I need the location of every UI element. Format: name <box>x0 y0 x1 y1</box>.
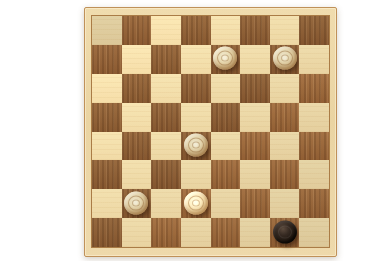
square-g3[interactable] <box>270 160 300 189</box>
square-a5[interactable] <box>92 103 122 132</box>
square-f5[interactable] <box>240 103 270 132</box>
square-c1[interactable] <box>151 218 181 247</box>
white-checker[interactable] <box>273 47 297 70</box>
square-b1[interactable] <box>122 218 152 247</box>
square-f3[interactable] <box>240 160 270 189</box>
square-e8[interactable] <box>211 16 241 45</box>
square-c7[interactable] <box>151 45 181 74</box>
square-d4[interactable] <box>181 132 211 161</box>
square-g5[interactable] <box>270 103 300 132</box>
square-a8[interactable] <box>92 16 122 45</box>
square-g4[interactable] <box>270 132 300 161</box>
square-d8[interactable] <box>181 16 211 45</box>
square-e2[interactable] <box>211 189 241 218</box>
white-checker[interactable] <box>184 191 208 214</box>
checkers-board <box>84 7 337 257</box>
square-e5[interactable] <box>211 103 241 132</box>
square-b2[interactable] <box>122 189 152 218</box>
square-d5[interactable] <box>181 103 211 132</box>
square-e7[interactable] <box>211 45 241 74</box>
white-checker[interactable] <box>184 134 208 157</box>
square-h2[interactable] <box>299 189 329 218</box>
square-b5[interactable] <box>122 103 152 132</box>
square-a3[interactable] <box>92 160 122 189</box>
photo-background <box>0 0 390 261</box>
square-a1[interactable] <box>92 218 122 247</box>
square-b6[interactable] <box>122 74 152 103</box>
square-d1[interactable] <box>181 218 211 247</box>
square-a4[interactable] <box>92 132 122 161</box>
square-c2[interactable] <box>151 189 181 218</box>
square-g7[interactable] <box>270 45 300 74</box>
square-c5[interactable] <box>151 103 181 132</box>
square-g8[interactable] <box>270 16 300 45</box>
square-h3[interactable] <box>299 160 329 189</box>
square-e1[interactable] <box>211 218 241 247</box>
square-a6[interactable] <box>92 74 122 103</box>
square-e3[interactable] <box>211 160 241 189</box>
square-h7[interactable] <box>299 45 329 74</box>
square-c6[interactable] <box>151 74 181 103</box>
square-a7[interactable] <box>92 45 122 74</box>
square-b8[interactable] <box>122 16 152 45</box>
square-b7[interactable] <box>122 45 152 74</box>
square-h8[interactable] <box>299 16 329 45</box>
square-h4[interactable] <box>299 132 329 161</box>
white-checker[interactable] <box>213 47 237 70</box>
square-g1[interactable] <box>270 218 300 247</box>
square-f1[interactable] <box>240 218 270 247</box>
square-e4[interactable] <box>211 132 241 161</box>
square-g6[interactable] <box>270 74 300 103</box>
square-c8[interactable] <box>151 16 181 45</box>
square-g2[interactable] <box>270 189 300 218</box>
square-b4[interactable] <box>122 132 152 161</box>
white-checker[interactable] <box>124 191 148 214</box>
square-d6[interactable] <box>181 74 211 103</box>
square-h5[interactable] <box>299 103 329 132</box>
square-f8[interactable] <box>240 16 270 45</box>
square-c4[interactable] <box>151 132 181 161</box>
square-d7[interactable] <box>181 45 211 74</box>
square-f2[interactable] <box>240 189 270 218</box>
square-d3[interactable] <box>181 160 211 189</box>
black-checker[interactable] <box>273 220 297 243</box>
square-f6[interactable] <box>240 74 270 103</box>
square-c3[interactable] <box>151 160 181 189</box>
square-d2[interactable] <box>181 189 211 218</box>
square-a2[interactable] <box>92 189 122 218</box>
square-f7[interactable] <box>240 45 270 74</box>
board-grid <box>91 15 330 248</box>
square-f4[interactable] <box>240 132 270 161</box>
square-b3[interactable] <box>122 160 152 189</box>
square-e6[interactable] <box>211 74 241 103</box>
square-h1[interactable] <box>299 218 329 247</box>
square-h6[interactable] <box>299 74 329 103</box>
